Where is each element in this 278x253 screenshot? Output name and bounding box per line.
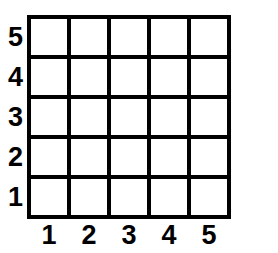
col-labels: 12345 [29, 220, 229, 251]
cell-5-5[interactable] [191, 19, 227, 55]
cell-5-3[interactable] [191, 99, 227, 135]
cell-5-4[interactable] [191, 59, 227, 95]
row-label-4: 4 [0, 57, 25, 97]
cell-5-1[interactable] [191, 179, 227, 215]
cell-2-1[interactable] [71, 179, 107, 215]
cell-1-1[interactable] [31, 179, 67, 215]
col-label-3: 3 [109, 220, 149, 251]
cell-4-3[interactable] [151, 99, 187, 135]
row-label-2: 2 [0, 137, 25, 177]
cell-3-5[interactable] [111, 19, 147, 55]
cell-4-4[interactable] [151, 59, 187, 95]
cell-2-3[interactable] [71, 99, 107, 135]
row-label-3: 3 [0, 97, 25, 137]
cell-3-2[interactable] [111, 139, 147, 175]
cell-4-1[interactable] [151, 179, 187, 215]
cell-3-1[interactable] [111, 179, 147, 215]
cell-2-5[interactable] [71, 19, 107, 55]
cell-1-4[interactable] [31, 59, 67, 95]
cell-4-2[interactable] [151, 139, 187, 175]
game-board [27, 15, 231, 219]
cell-4-5[interactable] [151, 19, 187, 55]
col-label-4: 4 [149, 220, 189, 251]
row-labels: 54321 [0, 17, 25, 217]
col-label-1: 1 [29, 220, 69, 251]
board-stage: 54321 12345 [0, 0, 278, 253]
row-label-5: 5 [0, 17, 25, 57]
row-label-1: 1 [0, 177, 25, 217]
cell-2-4[interactable] [71, 59, 107, 95]
cell-5-2[interactable] [191, 139, 227, 175]
col-label-5: 5 [189, 220, 229, 251]
cell-1-5[interactable] [31, 19, 67, 55]
cell-3-3[interactable] [111, 99, 147, 135]
cell-1-2[interactable] [31, 139, 67, 175]
col-label-2: 2 [69, 220, 109, 251]
cell-2-2[interactable] [71, 139, 107, 175]
cell-3-4[interactable] [111, 59, 147, 95]
cell-1-3[interactable] [31, 99, 67, 135]
